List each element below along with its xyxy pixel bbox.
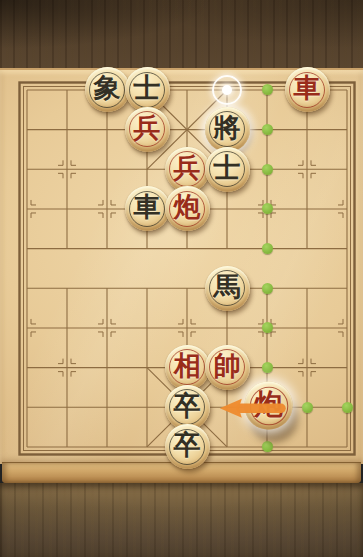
piece-glyph: 卒 [174, 393, 201, 420]
move-target-dot[interactable] [262, 283, 273, 294]
piece-glyph: 象 [94, 75, 121, 102]
piece-red-cannon[interactable]: 炮 [165, 186, 210, 231]
piece-glyph: 兵 [134, 115, 161, 142]
move-target-dot[interactable] [262, 322, 273, 333]
piece-glyph: 兵 [174, 155, 201, 182]
last-move-origin-ring [212, 75, 242, 105]
move-target-dot[interactable] [262, 84, 273, 95]
piece-glyph: 士 [214, 155, 241, 182]
move-target-dot[interactable] [342, 402, 353, 413]
move-target-dot[interactable] [262, 243, 273, 254]
piece-black-elephant[interactable]: 象 [85, 67, 130, 112]
piece-glyph: 炮 [174, 194, 201, 221]
piece-glyph: 卒 [174, 432, 201, 459]
move-target-dot[interactable] [262, 441, 273, 452]
piece-black-chariot[interactable]: 車 [125, 186, 170, 231]
piece-red-elephant[interactable]: 相 [165, 345, 210, 390]
piece-glyph: 炮 [254, 390, 283, 419]
piece-red-chariot[interactable]: 車 [285, 67, 330, 112]
piece-black-advisor[interactable]: 士 [125, 67, 170, 112]
piece-glyph: 相 [174, 353, 201, 380]
piece-glyph: 車 [134, 194, 161, 221]
piece-black-soldier[interactable]: 卒 [165, 424, 210, 469]
piece-glyph: 士 [134, 75, 161, 102]
piece-glyph: 將 [214, 115, 241, 142]
xiangqi-board[interactable]: 象士車兵將兵士車炮馬相帥卒炮卒 [0, 68, 363, 464]
move-target-dot[interactable] [262, 124, 273, 135]
piece-black-general[interactable]: 將 [205, 107, 250, 152]
piece-red-soldier[interactable]: 兵 [125, 107, 170, 152]
move-target-dot[interactable] [262, 164, 273, 175]
piece-glyph: 車 [294, 75, 321, 102]
background-wood-bottom [0, 483, 363, 557]
piece-glyph: 帥 [214, 353, 241, 380]
xiangqi-game-screen: 象士車兵將兵士車炮馬相帥卒炮卒 [0, 0, 363, 557]
piece-black-advisor[interactable]: 士 [205, 147, 250, 192]
piece-red-cannon[interactable]: 炮 [244, 381, 292, 429]
piece-red-soldier[interactable]: 兵 [165, 147, 210, 192]
piece-black-soldier[interactable]: 卒 [165, 385, 210, 430]
move-target-dot[interactable] [262, 362, 273, 373]
piece-glyph: 馬 [214, 274, 241, 301]
background-wood-top [0, 0, 363, 68]
piece-black-horse[interactable]: 馬 [205, 266, 250, 311]
piece-red-general[interactable]: 帥 [205, 345, 250, 390]
board-grid[interactable]: 象士車兵將兵士車炮馬相帥卒炮卒 [7, 70, 363, 467]
move-target-dot[interactable] [262, 203, 273, 214]
move-target-dot[interactable] [302, 402, 313, 413]
